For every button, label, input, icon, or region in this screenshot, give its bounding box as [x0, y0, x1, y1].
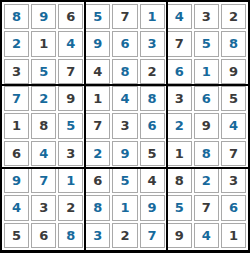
cell-r2c2[interactable]: 1: [31, 31, 56, 56]
cell-r4c5[interactable]: 4: [112, 86, 137, 111]
cell-r3c5[interactable]: 8: [112, 59, 137, 84]
box-divider-vertical-1: [84, 2, 86, 250]
cell-r3c1[interactable]: 3: [4, 59, 29, 84]
cell-r9c5[interactable]: 2: [112, 223, 137, 248]
cell-r9c3[interactable]: 8: [58, 223, 83, 248]
cell-r4c9[interactable]: 5: [221, 86, 246, 111]
cell-r7c6[interactable]: 4: [140, 168, 165, 193]
cell-r8c2[interactable]: 3: [31, 195, 56, 220]
cell-r4c2[interactable]: 2: [31, 86, 56, 111]
box-divider-horizontal-1: [2, 84, 248, 86]
cell-r1c7[interactable]: 4: [167, 4, 192, 29]
cell-r2c6[interactable]: 3: [140, 31, 165, 56]
cell-r2c7[interactable]: 7: [167, 31, 192, 56]
cell-r1c9[interactable]: 2: [221, 4, 246, 29]
cell-r7c8[interactable]: 2: [194, 168, 219, 193]
cell-r9c1[interactable]: 5: [4, 223, 29, 248]
cell-r7c7[interactable]: 8: [167, 168, 192, 193]
cell-r4c1[interactable]: 7: [4, 86, 29, 111]
cell-r3c8[interactable]: 1: [194, 59, 219, 84]
cell-r6c9[interactable]: 7: [221, 141, 246, 166]
cell-r3c7[interactable]: 6: [167, 59, 192, 84]
cell-r2c3[interactable]: 4: [58, 31, 83, 56]
cell-r7c4[interactable]: 6: [85, 168, 110, 193]
cell-r1c3[interactable]: 6: [58, 4, 83, 29]
cell-r2c8[interactable]: 5: [194, 31, 219, 56]
cell-r5c2[interactable]: 8: [31, 113, 56, 138]
cell-r8c8[interactable]: 7: [194, 195, 219, 220]
cell-r8c9[interactable]: 6: [221, 195, 246, 220]
cell-r8c6[interactable]: 9: [140, 195, 165, 220]
cell-r7c9[interactable]: 3: [221, 168, 246, 193]
cell-r1c2[interactable]: 9: [31, 4, 56, 29]
cell-r5c3[interactable]: 5: [58, 113, 83, 138]
cell-r8c3[interactable]: 2: [58, 195, 83, 220]
box-divider-vertical-2: [166, 2, 168, 250]
cell-r8c7[interactable]: 5: [167, 195, 192, 220]
cell-r2c1[interactable]: 2: [4, 31, 29, 56]
cell-r3c9[interactable]: 9: [221, 59, 246, 84]
cell-r6c6[interactable]: 5: [140, 141, 165, 166]
cell-r7c3[interactable]: 1: [58, 168, 83, 193]
cell-r9c8[interactable]: 4: [194, 223, 219, 248]
cell-r4c8[interactable]: 6: [194, 86, 219, 111]
cell-r7c2[interactable]: 7: [31, 168, 56, 193]
cell-r9c4[interactable]: 3: [85, 223, 110, 248]
sudoku-board: 8965714322149637583574826197291483651857…: [0, 0, 250, 253]
cell-r5c4[interactable]: 7: [85, 113, 110, 138]
cell-r1c8[interactable]: 3: [194, 4, 219, 29]
cell-r6c7[interactable]: 1: [167, 141, 192, 166]
cell-r6c3[interactable]: 3: [58, 141, 83, 166]
cell-r2c5[interactable]: 6: [112, 31, 137, 56]
cell-r6c1[interactable]: 6: [4, 141, 29, 166]
cell-r4c4[interactable]: 1: [85, 86, 110, 111]
cell-r5c9[interactable]: 4: [221, 113, 246, 138]
cell-r9c6[interactable]: 7: [140, 223, 165, 248]
cell-r4c3[interactable]: 9: [58, 86, 83, 111]
cell-r7c5[interactable]: 5: [112, 168, 137, 193]
cell-r5c7[interactable]: 2: [167, 113, 192, 138]
cell-r2c9[interactable]: 8: [221, 31, 246, 56]
cell-r1c6[interactable]: 1: [140, 4, 165, 29]
cell-r1c1[interactable]: 8: [4, 4, 29, 29]
cell-r9c9[interactable]: 1: [221, 223, 246, 248]
cell-r4c6[interactable]: 8: [140, 86, 165, 111]
cell-r8c5[interactable]: 1: [112, 195, 137, 220]
cell-r6c8[interactable]: 8: [194, 141, 219, 166]
cell-r9c2[interactable]: 6: [31, 223, 56, 248]
cell-r5c6[interactable]: 6: [140, 113, 165, 138]
cell-r3c2[interactable]: 5: [31, 59, 56, 84]
cell-r6c5[interactable]: 9: [112, 141, 137, 166]
cell-r3c3[interactable]: 7: [58, 59, 83, 84]
cell-r7c1[interactable]: 9: [4, 168, 29, 193]
cell-r3c6[interactable]: 2: [140, 59, 165, 84]
cell-r1c4[interactable]: 5: [85, 4, 110, 29]
cell-r1c5[interactable]: 7: [112, 4, 137, 29]
cell-r6c4[interactable]: 2: [85, 141, 110, 166]
cell-r3c4[interactable]: 4: [85, 59, 110, 84]
cell-r5c5[interactable]: 3: [112, 113, 137, 138]
cell-r9c7[interactable]: 9: [167, 223, 192, 248]
cell-r2c4[interactable]: 9: [85, 31, 110, 56]
cell-r5c8[interactable]: 9: [194, 113, 219, 138]
cell-r5c1[interactable]: 1: [4, 113, 29, 138]
cell-r4c7[interactable]: 3: [167, 86, 192, 111]
cell-r8c4[interactable]: 8: [85, 195, 110, 220]
cell-r8c1[interactable]: 4: [4, 195, 29, 220]
cell-r6c2[interactable]: 4: [31, 141, 56, 166]
box-divider-horizontal-2: [2, 167, 248, 169]
